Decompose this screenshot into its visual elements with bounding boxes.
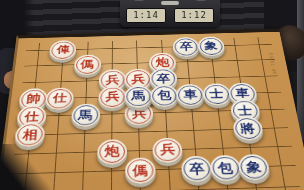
piece-ring xyxy=(75,56,99,74)
piece-black-chariot[interactable]: 車 xyxy=(176,84,206,107)
piece-red-cannon[interactable]: 炮 xyxy=(97,139,127,165)
clock-brand-label xyxy=(161,1,179,5)
clock-left-plunger[interactable] xyxy=(134,0,144,1)
piece-ring xyxy=(199,37,224,54)
piece-black-elephant[interactable]: 象 xyxy=(237,154,271,181)
piece-red-soldier[interactable]: 兵 xyxy=(98,86,126,109)
piece-black-cannon[interactable]: 包 xyxy=(150,84,179,107)
chess-clock: 1:14 1:12 xyxy=(120,0,220,27)
piece-ring xyxy=(211,157,240,180)
piece-ring xyxy=(47,89,72,109)
piece-ring xyxy=(127,159,154,182)
piece-black-cannon[interactable]: 包 xyxy=(209,155,242,182)
piece-black-soldier[interactable]: 卒 xyxy=(172,37,200,57)
piece-ring xyxy=(100,87,124,107)
piece-ring xyxy=(73,105,98,126)
piece-ring xyxy=(51,41,75,59)
piece-ring xyxy=(183,157,211,180)
piece-black-soldier[interactable]: 卒 xyxy=(181,156,213,183)
piece-black-advisor[interactable]: 士 xyxy=(201,83,231,106)
piece-red-horse[interactable]: 傌 xyxy=(125,157,156,184)
piece-ring xyxy=(99,141,125,163)
piece-red-soldier[interactable]: 兵 xyxy=(152,137,183,163)
clock-right-display: 1:12 xyxy=(174,8,214,23)
piece-ring xyxy=(154,139,181,161)
clock-right-plunger[interactable] xyxy=(196,0,206,1)
piece-red-chariot[interactable]: 俥 xyxy=(49,40,77,60)
piece-ring xyxy=(16,124,43,146)
piece-black-elephant[interactable]: 象 xyxy=(197,36,225,56)
piece-ring xyxy=(203,84,229,104)
piece-ring xyxy=(174,38,198,55)
piece-ring xyxy=(126,87,151,107)
piece-red-advisor[interactable]: 仕 xyxy=(45,87,74,110)
piece-red-horse[interactable]: 傌 xyxy=(73,54,101,75)
clock-left-display: 1:14 xyxy=(126,8,166,23)
piece-ring xyxy=(234,118,262,139)
piece-black-general[interactable]: 將 xyxy=(232,117,264,142)
piece-ring xyxy=(178,85,204,105)
corner-shadow xyxy=(0,144,70,190)
piece-ring xyxy=(152,86,177,106)
piece-black-horse[interactable]: 馬 xyxy=(71,103,100,127)
piece-ring xyxy=(239,156,268,179)
